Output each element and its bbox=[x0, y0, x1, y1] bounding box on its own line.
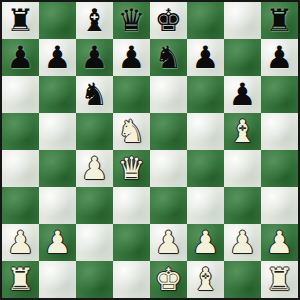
square-a4[interactable] bbox=[2, 150, 39, 187]
square-c8[interactable]: ♝ bbox=[76, 2, 113, 39]
white-pawn[interactable]: ♟ bbox=[266, 224, 294, 261]
black-queen[interactable]: ♛ bbox=[118, 2, 146, 39]
square-c1[interactable] bbox=[76, 261, 113, 298]
square-f5[interactable] bbox=[187, 113, 224, 150]
square-g3[interactable] bbox=[224, 187, 261, 224]
black-pawn[interactable]: ♟ bbox=[81, 39, 109, 76]
black-knight[interactable]: ♞ bbox=[155, 39, 183, 76]
square-a5[interactable] bbox=[2, 113, 39, 150]
square-f4[interactable] bbox=[187, 150, 224, 187]
square-g8[interactable] bbox=[224, 2, 261, 39]
square-g4[interactable] bbox=[224, 150, 261, 187]
square-e4[interactable] bbox=[150, 150, 187, 187]
square-d1[interactable] bbox=[113, 261, 150, 298]
square-h1[interactable]: ♜ bbox=[261, 261, 298, 298]
square-h3[interactable] bbox=[261, 187, 298, 224]
square-f7[interactable]: ♟ bbox=[187, 39, 224, 76]
white-king[interactable]: ♚ bbox=[155, 261, 183, 298]
square-d5[interactable]: ♞ bbox=[113, 113, 150, 150]
square-h7[interactable]: ♟ bbox=[261, 39, 298, 76]
black-king[interactable]: ♚ bbox=[155, 2, 183, 39]
white-pawn[interactable]: ♟ bbox=[81, 150, 109, 187]
square-d3[interactable] bbox=[113, 187, 150, 224]
square-g1[interactable] bbox=[224, 261, 261, 298]
square-d7[interactable]: ♟ bbox=[113, 39, 150, 76]
square-a6[interactable] bbox=[2, 76, 39, 113]
white-pawn[interactable]: ♟ bbox=[44, 224, 72, 261]
white-pawn[interactable]: ♟ bbox=[229, 224, 257, 261]
square-h5[interactable] bbox=[261, 113, 298, 150]
square-g7[interactable] bbox=[224, 39, 261, 76]
square-b7[interactable]: ♟ bbox=[39, 39, 76, 76]
white-knight[interactable]: ♞ bbox=[118, 113, 146, 150]
square-h4[interactable] bbox=[261, 150, 298, 187]
black-rook[interactable]: ♜ bbox=[266, 2, 294, 39]
white-pawn[interactable]: ♟ bbox=[155, 224, 183, 261]
square-f2[interactable]: ♟ bbox=[187, 224, 224, 261]
square-e1[interactable]: ♚ bbox=[150, 261, 187, 298]
square-f8[interactable] bbox=[187, 2, 224, 39]
chessboard-screenshot: ♜♝♛♚♜♟♟♟♟♞♟♟♞♟♞♝♟♛♟♟♟♟♟♟♜♚♝♜ bbox=[0, 0, 300, 300]
square-g2[interactable]: ♟ bbox=[224, 224, 261, 261]
square-d6[interactable] bbox=[113, 76, 150, 113]
square-h8[interactable]: ♜ bbox=[261, 2, 298, 39]
square-b5[interactable] bbox=[39, 113, 76, 150]
white-pawn[interactable]: ♟ bbox=[7, 224, 35, 261]
square-c4[interactable]: ♟ bbox=[76, 150, 113, 187]
square-a3[interactable] bbox=[2, 187, 39, 224]
black-pawn[interactable]: ♟ bbox=[44, 39, 72, 76]
square-h2[interactable]: ♟ bbox=[261, 224, 298, 261]
black-pawn[interactable]: ♟ bbox=[266, 39, 294, 76]
black-pawn[interactable]: ♟ bbox=[192, 39, 220, 76]
square-c5[interactable] bbox=[76, 113, 113, 150]
black-knight[interactable]: ♞ bbox=[81, 76, 109, 113]
square-d8[interactable]: ♛ bbox=[113, 2, 150, 39]
black-pawn[interactable]: ♟ bbox=[118, 39, 146, 76]
square-c3[interactable] bbox=[76, 187, 113, 224]
square-b4[interactable] bbox=[39, 150, 76, 187]
white-rook[interactable]: ♜ bbox=[266, 261, 294, 298]
black-bishop[interactable]: ♝ bbox=[81, 2, 109, 39]
square-c7[interactable]: ♟ bbox=[76, 39, 113, 76]
square-g5[interactable]: ♝ bbox=[224, 113, 261, 150]
square-e6[interactable] bbox=[150, 76, 187, 113]
square-a7[interactable]: ♟ bbox=[2, 39, 39, 76]
square-c2[interactable] bbox=[76, 224, 113, 261]
square-e2[interactable]: ♟ bbox=[150, 224, 187, 261]
square-f1[interactable]: ♝ bbox=[187, 261, 224, 298]
white-bishop[interactable]: ♝ bbox=[192, 261, 220, 298]
white-pawn[interactable]: ♟ bbox=[192, 224, 220, 261]
square-c6[interactable]: ♞ bbox=[76, 76, 113, 113]
square-h6[interactable] bbox=[261, 76, 298, 113]
square-d4[interactable]: ♛ bbox=[113, 150, 150, 187]
black-pawn[interactable]: ♟ bbox=[7, 39, 35, 76]
square-f3[interactable] bbox=[187, 187, 224, 224]
square-g6[interactable]: ♟ bbox=[224, 76, 261, 113]
black-pawn[interactable]: ♟ bbox=[229, 76, 257, 113]
square-f6[interactable] bbox=[187, 76, 224, 113]
white-bishop[interactable]: ♝ bbox=[229, 113, 257, 150]
chess-board: ♜♝♛♚♜♟♟♟♟♞♟♟♞♟♞♝♟♛♟♟♟♟♟♟♜♚♝♜ bbox=[0, 0, 300, 300]
black-rook[interactable]: ♜ bbox=[7, 2, 35, 39]
square-b6[interactable] bbox=[39, 76, 76, 113]
square-e7[interactable]: ♞ bbox=[150, 39, 187, 76]
white-queen[interactable]: ♛ bbox=[118, 150, 146, 187]
square-a8[interactable]: ♜ bbox=[2, 2, 39, 39]
square-b3[interactable] bbox=[39, 187, 76, 224]
square-b8[interactable] bbox=[39, 2, 76, 39]
square-b2[interactable]: ♟ bbox=[39, 224, 76, 261]
white-rook[interactable]: ♜ bbox=[7, 261, 35, 298]
square-a1[interactable]: ♜ bbox=[2, 261, 39, 298]
square-e8[interactable]: ♚ bbox=[150, 2, 187, 39]
square-e3[interactable] bbox=[150, 187, 187, 224]
square-e5[interactable] bbox=[150, 113, 187, 150]
square-d2[interactable] bbox=[113, 224, 150, 261]
square-b1[interactable] bbox=[39, 261, 76, 298]
square-a2[interactable]: ♟ bbox=[2, 224, 39, 261]
